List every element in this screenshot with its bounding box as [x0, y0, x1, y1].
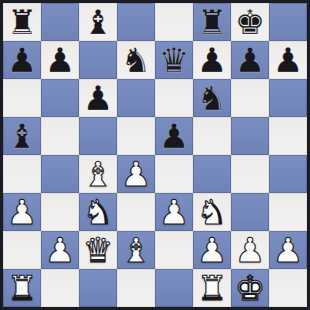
square-e4[interactable]	[155, 155, 193, 193]
square-h6[interactable]	[269, 79, 307, 117]
square-b6[interactable]	[41, 79, 79, 117]
black-knight-piece[interactable]: ♞	[121, 43, 151, 77]
black-bishop-piece[interactable]: ♝	[83, 5, 113, 39]
square-g4[interactable]	[231, 155, 269, 193]
square-a7[interactable]: ♟	[3, 41, 41, 79]
square-b4[interactable]	[41, 155, 79, 193]
white-rook-piece[interactable]: ♜	[7, 271, 37, 305]
square-d6[interactable]	[117, 79, 155, 117]
square-d5[interactable]	[117, 117, 155, 155]
white-pawn-piece[interactable]: ♟	[7, 195, 37, 229]
square-d4[interactable]: ♟	[117, 155, 155, 193]
square-e6[interactable]	[155, 79, 193, 117]
square-g8[interactable]: ♚	[231, 3, 269, 41]
white-pawn-piece[interactable]: ♟	[45, 233, 75, 267]
square-g2[interactable]: ♟	[231, 231, 269, 269]
square-f4[interactable]	[193, 155, 231, 193]
white-king-piece[interactable]: ♚	[235, 271, 265, 305]
black-pawn-piece[interactable]: ♟	[197, 43, 227, 77]
square-c7[interactable]	[79, 41, 117, 79]
square-f7[interactable]: ♟	[193, 41, 231, 79]
square-f1[interactable]: ♜	[193, 269, 231, 307]
square-c5[interactable]	[79, 117, 117, 155]
square-c3[interactable]: ♞	[79, 193, 117, 231]
black-queen-piece[interactable]: ♛	[159, 43, 189, 77]
black-pawn-piece[interactable]: ♟	[83, 81, 113, 115]
square-a3[interactable]: ♟	[3, 193, 41, 231]
black-pawn-piece[interactable]: ♟	[235, 43, 265, 77]
square-c6[interactable]: ♟	[79, 79, 117, 117]
square-h2[interactable]: ♟	[269, 231, 307, 269]
square-b3[interactable]	[41, 193, 79, 231]
square-a8[interactable]: ♜	[3, 3, 41, 41]
square-g5[interactable]	[231, 117, 269, 155]
square-b8[interactable]	[41, 3, 79, 41]
white-queen-piece[interactable]: ♛	[83, 233, 113, 267]
square-h1[interactable]	[269, 269, 307, 307]
white-bishop-piece[interactable]: ♝	[121, 233, 151, 267]
square-h5[interactable]	[269, 117, 307, 155]
black-king-piece[interactable]: ♚	[235, 5, 265, 39]
square-e7[interactable]: ♛	[155, 41, 193, 79]
white-bishop-piece[interactable]: ♝	[83, 157, 113, 191]
black-rook-piece[interactable]: ♜	[197, 5, 227, 39]
square-g3[interactable]	[231, 193, 269, 231]
square-a5[interactable]: ♝	[3, 117, 41, 155]
square-d3[interactable]	[117, 193, 155, 231]
square-f6[interactable]: ♞	[193, 79, 231, 117]
square-e3[interactable]: ♟	[155, 193, 193, 231]
square-g6[interactable]	[231, 79, 269, 117]
square-c8[interactable]: ♝	[79, 3, 117, 41]
square-f2[interactable]: ♟	[193, 231, 231, 269]
square-g1[interactable]: ♚	[231, 269, 269, 307]
black-knight-piece[interactable]: ♞	[197, 81, 227, 115]
square-e5[interactable]: ♟	[155, 117, 193, 155]
square-e8[interactable]	[155, 3, 193, 41]
square-c2[interactable]: ♛	[79, 231, 117, 269]
white-pawn-piece[interactable]: ♟	[197, 233, 227, 267]
black-pawn-piece[interactable]: ♟	[159, 119, 189, 153]
square-f5[interactable]	[193, 117, 231, 155]
chess-board: ♜♝♜♚♟♟♞♛♟♟♟♟♞♝♟♝♟♟♞♟♞♟♛♝♟♟♟♜♜♚	[0, 0, 310, 310]
square-a1[interactable]: ♜	[3, 269, 41, 307]
square-e1[interactable]	[155, 269, 193, 307]
square-f3[interactable]: ♞	[193, 193, 231, 231]
white-pawn-piece[interactable]: ♟	[235, 233, 265, 267]
square-g7[interactable]: ♟	[231, 41, 269, 79]
white-knight-piece[interactable]: ♞	[83, 195, 113, 229]
black-pawn-piece[interactable]: ♟	[273, 43, 303, 77]
square-a4[interactable]	[3, 155, 41, 193]
square-h4[interactable]	[269, 155, 307, 193]
black-bishop-piece[interactable]: ♝	[7, 119, 37, 153]
white-pawn-piece[interactable]: ♟	[121, 157, 151, 191]
square-e2[interactable]	[155, 231, 193, 269]
black-rook-piece[interactable]: ♜	[7, 5, 37, 39]
black-pawn-piece[interactable]: ♟	[7, 43, 37, 77]
square-d7[interactable]: ♞	[117, 41, 155, 79]
square-c4[interactable]: ♝	[79, 155, 117, 193]
white-knight-piece[interactable]: ♞	[197, 195, 227, 229]
square-d8[interactable]	[117, 3, 155, 41]
white-pawn-piece[interactable]: ♟	[273, 233, 303, 267]
square-h3[interactable]	[269, 193, 307, 231]
square-d2[interactable]: ♝	[117, 231, 155, 269]
square-b7[interactable]: ♟	[41, 41, 79, 79]
square-h8[interactable]	[269, 3, 307, 41]
square-b5[interactable]	[41, 117, 79, 155]
square-a2[interactable]	[3, 231, 41, 269]
square-f8[interactable]: ♜	[193, 3, 231, 41]
white-pawn-piece[interactable]: ♟	[159, 195, 189, 229]
square-b2[interactable]: ♟	[41, 231, 79, 269]
black-pawn-piece[interactable]: ♟	[45, 43, 75, 77]
square-a6[interactable]	[3, 79, 41, 117]
square-d1[interactable]	[117, 269, 155, 307]
square-h7[interactable]: ♟	[269, 41, 307, 79]
square-c1[interactable]	[79, 269, 117, 307]
square-b1[interactable]	[41, 269, 79, 307]
white-rook-piece[interactable]: ♜	[197, 271, 227, 305]
